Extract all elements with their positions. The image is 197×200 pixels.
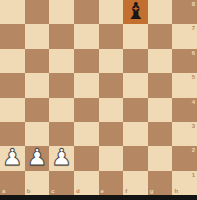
square-a6[interactable] [0,49,25,73]
square-d6[interactable] [74,49,99,73]
square-g6[interactable] [148,49,173,73]
square-b8[interactable] [25,0,50,24]
square-e4[interactable] [99,98,124,122]
square-e2[interactable] [99,146,124,170]
square-e3[interactable] [99,122,124,146]
rank-label-3: 3 [192,123,195,129]
square-e5[interactable] [99,73,124,97]
square-f4[interactable] [123,98,148,122]
square-d8[interactable] [74,0,99,24]
square-b4[interactable] [25,98,50,122]
square-b5[interactable] [25,73,50,97]
square-f3[interactable] [123,122,148,146]
square-g5[interactable] [148,73,173,97]
square-h7[interactable]: 7 [172,24,197,48]
square-a1[interactable]: a [0,171,25,195]
square-h6[interactable]: 6 [172,49,197,73]
square-e1[interactable]: e [99,171,124,195]
square-f2[interactable] [123,146,148,170]
rank-label-6: 6 [192,50,195,56]
square-d1[interactable]: d [74,171,99,195]
square-f6[interactable] [123,49,148,73]
white-pawn[interactable]: ♟ [2,146,23,169]
square-g2[interactable] [148,146,173,170]
square-g4[interactable] [148,98,173,122]
square-c8[interactable] [49,0,74,24]
square-c6[interactable] [49,49,74,73]
square-h5[interactable]: 5 [172,73,197,97]
square-d2[interactable] [74,146,99,170]
file-label-e: e [101,188,104,194]
file-label-a: a [2,188,5,194]
square-c1[interactable]: c [49,171,74,195]
square-f7[interactable] [123,24,148,48]
chess-board: ♝876543♟♟♟2abcdefg1h [0,0,197,195]
square-h4[interactable]: 4 [172,98,197,122]
square-g7[interactable] [148,24,173,48]
square-d7[interactable] [74,24,99,48]
rank-label-7: 7 [192,25,195,31]
square-e7[interactable] [99,24,124,48]
rank-label-4: 4 [192,99,195,105]
file-label-d: d [76,188,80,194]
square-e8[interactable] [99,0,124,24]
square-f8-highlighted[interactable]: ♝ [123,0,148,24]
square-h1[interactable]: 1h [172,171,197,195]
file-label-b: b [27,188,31,194]
black-bishop[interactable]: ♝ [125,0,146,23]
square-a4[interactable] [0,98,25,122]
square-c2[interactable]: ♟ [49,146,74,170]
square-h8[interactable]: 8 [172,0,197,24]
square-f5[interactable] [123,73,148,97]
file-label-c: c [51,188,54,194]
square-h3[interactable]: 3 [172,122,197,146]
square-a2[interactable]: ♟ [0,146,25,170]
rank-label-8: 8 [192,1,195,7]
file-label-f: f [125,188,127,194]
file-label-g: g [150,188,154,194]
square-b3[interactable] [25,122,50,146]
square-d3[interactable] [74,122,99,146]
square-c7[interactable] [49,24,74,48]
square-g3[interactable] [148,122,173,146]
file-label-h: h [174,188,178,194]
square-b6[interactable] [25,49,50,73]
square-e6[interactable] [99,49,124,73]
square-b1[interactable]: b [25,171,50,195]
rank-label-1: 1 [192,172,195,178]
square-f1[interactable]: f [123,171,148,195]
white-pawn[interactable]: ♟ [27,146,48,169]
square-h2[interactable]: 2 [172,146,197,170]
square-d4[interactable] [74,98,99,122]
square-c3[interactable] [49,122,74,146]
square-c4[interactable] [49,98,74,122]
bottom-bar [0,195,197,200]
square-g1[interactable]: g [148,171,173,195]
square-a3[interactable] [0,122,25,146]
square-c5[interactable] [49,73,74,97]
square-b2[interactable]: ♟ [25,146,50,170]
square-d5[interactable] [74,73,99,97]
white-pawn[interactable]: ♟ [51,146,72,169]
square-b7[interactable] [25,24,50,48]
square-a8[interactable] [0,0,25,24]
square-g8[interactable] [148,0,173,24]
rank-label-5: 5 [192,74,195,80]
rank-label-2: 2 [192,147,195,153]
square-a5[interactable] [0,73,25,97]
square-a7[interactable] [0,24,25,48]
